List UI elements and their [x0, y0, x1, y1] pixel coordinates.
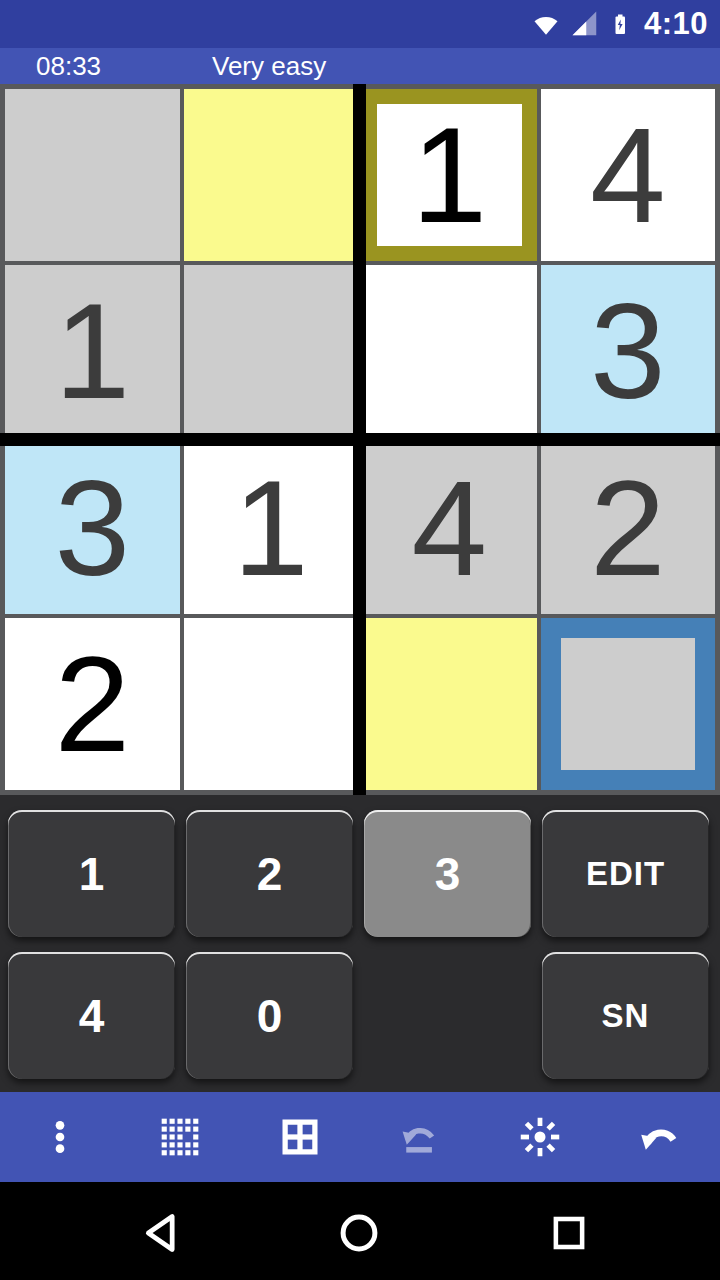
cell-r3c3[interactable]: 4	[362, 442, 537, 614]
bottom-toolbar	[0, 1092, 720, 1182]
cell-r2c2[interactable]	[184, 265, 359, 437]
nav-back-icon[interactable]	[138, 1208, 188, 1258]
key-3-active[interactable]: 3	[364, 810, 531, 937]
cell-r2c3[interactable]	[362, 265, 537, 437]
overflow-menu-icon[interactable]	[30, 1107, 90, 1167]
cell-r1c2[interactable]	[184, 89, 359, 261]
wifi-icon	[530, 9, 562, 39]
status-time: 4:10	[644, 6, 708, 42]
cell-r4c4-selected[interactable]	[541, 618, 716, 790]
key-2[interactable]: 2	[186, 810, 353, 937]
cell-r3c1[interactable]: 3	[5, 442, 180, 614]
battery-charging-icon	[608, 8, 632, 40]
cell-r1c3[interactable]: 1	[362, 89, 537, 261]
cell-r1c1[interactable]	[5, 89, 180, 261]
cell-r3c4[interactable]: 2	[541, 442, 716, 614]
grid-view-icon[interactable]	[270, 1107, 330, 1167]
number-keypad: 1 2 3 EDIT 4 0 SN	[0, 795, 720, 1092]
pencil-marks-grid-icon[interactable]	[150, 1107, 210, 1167]
cell-r1c4[interactable]: 4	[541, 89, 716, 261]
game-header: 08:33 Very easy	[0, 48, 720, 84]
app-screen: 4:10 08:33 Very easy 1 4 1 3 3 1 4 2 2 1…	[0, 0, 720, 1280]
cell-r4c3[interactable]	[362, 618, 537, 790]
cell-r4c2[interactable]	[184, 618, 359, 790]
cell-r3c2[interactable]: 1	[184, 442, 359, 614]
cell-r2c1[interactable]: 1	[5, 265, 180, 437]
key-4[interactable]: 4	[8, 952, 175, 1079]
cell-r4c1[interactable]: 2	[5, 618, 180, 790]
restore-undo-icon[interactable]	[390, 1107, 450, 1167]
nav-recents-icon[interactable]	[544, 1208, 594, 1258]
status-bar: 4:10	[0, 0, 720, 48]
difficulty-label: Very easy	[212, 51, 326, 82]
key-edit[interactable]: EDIT	[542, 810, 709, 937]
cell-signal-icon	[570, 9, 600, 39]
key-sn[interactable]: SN	[542, 952, 709, 1079]
timer-label: 08:33	[36, 51, 101, 82]
key-1[interactable]: 1	[8, 810, 175, 937]
key-0[interactable]: 0	[186, 952, 353, 1079]
brightness-hint-icon[interactable]	[510, 1107, 570, 1167]
cell-r2c4[interactable]: 3	[541, 265, 716, 437]
undo-icon[interactable]	[630, 1107, 690, 1167]
nav-home-icon[interactable]	[334, 1208, 384, 1258]
box-separator-horizontal	[0, 433, 720, 446]
